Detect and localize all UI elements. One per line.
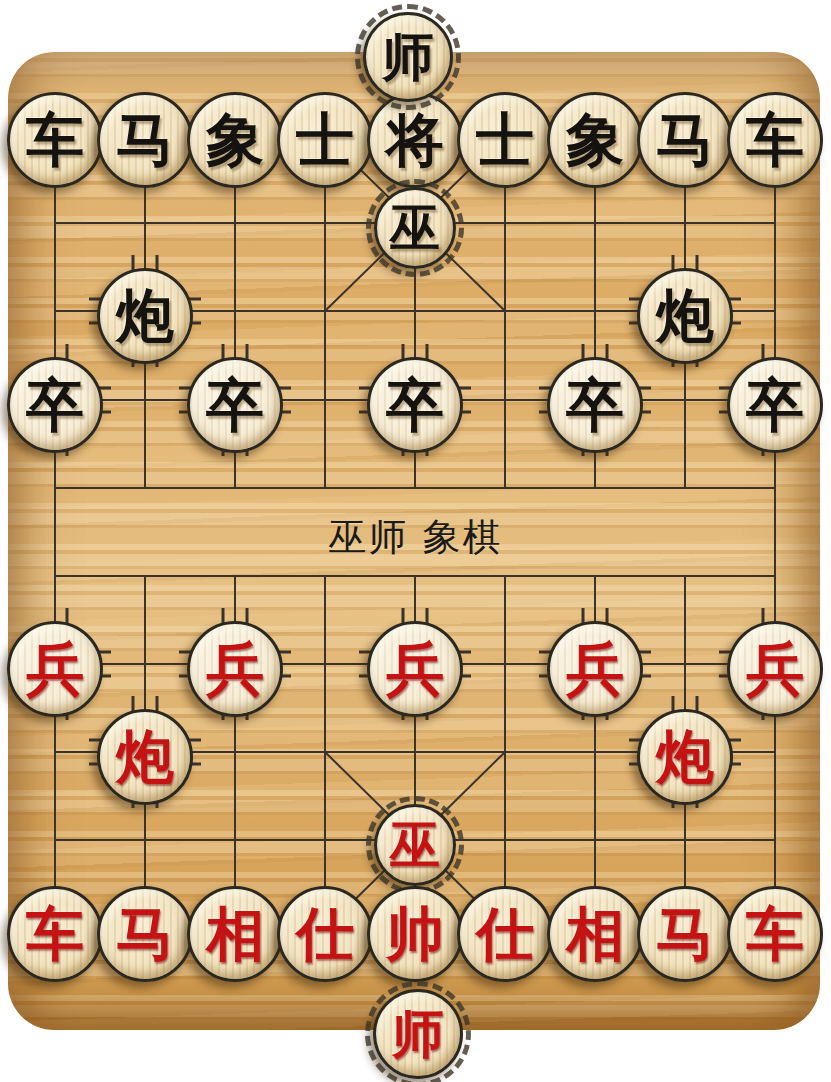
river-title: 巫师 象棋 [0, 512, 831, 563]
piece-red-horse[interactable]: 马 [97, 886, 193, 982]
piece-black-soldier[interactable]: 卒 [547, 357, 643, 453]
piece-red-soldier[interactable]: 兵 [7, 621, 103, 717]
piece-black-soldier[interactable]: 卒 [187, 357, 283, 453]
piece-label: 兵 [566, 640, 624, 698]
piece-label: 巫 [390, 203, 440, 253]
piece-red-chariot[interactable]: 车 [727, 886, 823, 982]
piece-label: 炮 [116, 728, 174, 786]
piece-black-elephant[interactable]: 象 [187, 92, 283, 188]
piece-label: 卒 [206, 376, 264, 434]
piece-red-soldier[interactable]: 兵 [367, 621, 463, 717]
piece-label: 相 [206, 905, 264, 963]
piece-label: 将 [386, 111, 444, 169]
piece-black-soldier[interactable]: 卒 [367, 357, 463, 453]
piece-red-elephant[interactable]: 相 [547, 886, 643, 982]
piece-label: 车 [746, 905, 804, 963]
piece-label: 车 [26, 111, 84, 169]
piece-label: 炮 [656, 287, 714, 345]
piece-label: 相 [566, 905, 624, 963]
piece-label: 卒 [746, 376, 804, 434]
piece-label: 仕 [296, 905, 354, 963]
piece-label: 卒 [26, 376, 84, 434]
piece-label: 巫 [390, 820, 440, 870]
piece-black-cannon[interactable]: 炮 [637, 268, 733, 364]
piece-label: 马 [656, 111, 714, 169]
piece-label: 士 [476, 111, 534, 169]
piece-label: 炮 [116, 287, 174, 345]
piece-black-soldier[interactable]: 卒 [7, 357, 103, 453]
piece-red-soldier[interactable]: 兵 [727, 621, 823, 717]
piece-label: 车 [26, 905, 84, 963]
piece-label: 炮 [656, 728, 714, 786]
piece-red-advisor[interactable]: 仕 [457, 886, 553, 982]
piece-black-chariot[interactable]: 车 [727, 92, 823, 188]
piece-red-advisor[interactable]: 仕 [277, 886, 373, 982]
piece-label: 帅 [386, 905, 444, 963]
piece-red-soldier[interactable]: 兵 [187, 621, 283, 717]
piece-black-master[interactable]: 师 [363, 12, 453, 102]
piece-black-advisor[interactable]: 士 [277, 92, 373, 188]
piece-label: 马 [656, 905, 714, 963]
piece-black-cannon[interactable]: 炮 [97, 268, 193, 364]
piece-black-horse[interactable]: 马 [97, 92, 193, 188]
piece-label: 兵 [206, 640, 264, 698]
piece-label: 象 [206, 111, 264, 169]
piece-label: 象 [566, 111, 624, 169]
piece-label: 兵 [386, 640, 444, 698]
piece-black-horse[interactable]: 马 [637, 92, 733, 188]
piece-black-advisor[interactable]: 士 [457, 92, 553, 188]
piece-label: 兵 [26, 640, 84, 698]
piece-label: 卒 [386, 376, 444, 434]
piece-label: 士 [296, 111, 354, 169]
piece-label: 兵 [746, 640, 804, 698]
piece-label: 师 [392, 1008, 444, 1060]
piece-red-horse[interactable]: 马 [637, 886, 733, 982]
piece-black-elephant[interactable]: 象 [547, 92, 643, 188]
piece-red-general[interactable]: 帅 [367, 886, 463, 982]
piece-label: 马 [116, 905, 174, 963]
piece-red-cannon[interactable]: 炮 [97, 709, 193, 805]
piece-red-chariot[interactable]: 车 [7, 886, 103, 982]
piece-label: 车 [746, 111, 804, 169]
piece-red-master[interactable]: 师 [373, 989, 463, 1079]
piece-black-wizard[interactable]: 巫 [374, 187, 456, 269]
piece-label: 仕 [476, 905, 534, 963]
piece-red-wizard[interactable]: 巫 [374, 804, 456, 886]
page: 巫师 象棋 车马象士将士象马车巫炮炮卒卒卒卒卒兵兵兵兵兵炮炮巫车马相仕帅仕相马车… [0, 0, 831, 1082]
piece-label: 马 [116, 111, 174, 169]
piece-label: 卒 [566, 376, 624, 434]
piece-red-elephant[interactable]: 相 [187, 886, 283, 982]
piece-red-cannon[interactable]: 炮 [637, 709, 733, 805]
piece-black-chariot[interactable]: 车 [7, 92, 103, 188]
piece-red-soldier[interactable]: 兵 [547, 621, 643, 717]
piece-label: 师 [382, 31, 434, 83]
piece-black-soldier[interactable]: 卒 [727, 357, 823, 453]
